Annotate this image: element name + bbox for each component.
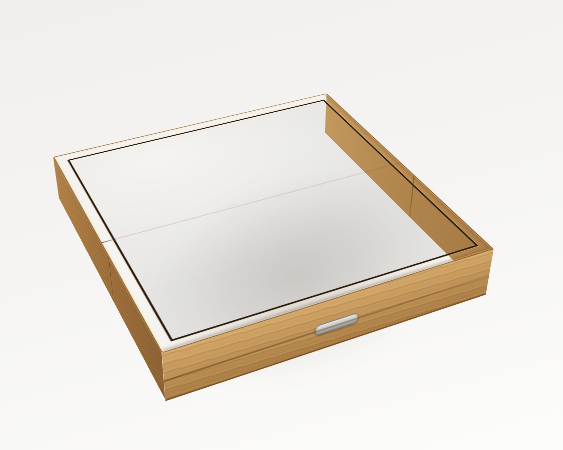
photo-stage [0,0,563,450]
box-latch-icon [315,312,359,336]
